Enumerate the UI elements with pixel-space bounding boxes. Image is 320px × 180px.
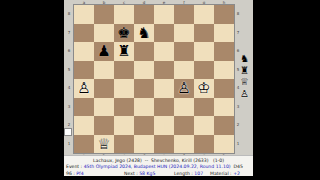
square-h6[interactable] [214, 42, 234, 61]
square-d1[interactable] [134, 135, 154, 154]
stat-label: 96 : [66, 171, 76, 176]
square-c3[interactable] [114, 98, 134, 117]
square-g3[interactable] [194, 98, 214, 117]
square-e7[interactable] [154, 24, 174, 43]
rank-label-7: 7 [234, 24, 242, 43]
rank-label-8: 8 [234, 5, 242, 24]
square-g6[interactable] [194, 42, 214, 61]
square-a6[interactable] [74, 42, 94, 61]
square-g7[interactable] [194, 24, 214, 43]
stat-96: 96 : Pf4 [66, 171, 84, 176]
square-b4[interactable] [94, 79, 114, 98]
players-result-line: Lachaux, Jego (2428) -- Shevchenko, Kiri… [64, 158, 253, 163]
square-h8[interactable] [214, 5, 234, 24]
square-f4[interactable]: ♙ [174, 79, 194, 98]
material-black-rook-icon: ♜ [240, 65, 249, 77]
square-d3[interactable] [134, 98, 154, 117]
stat-value: 58 Kg5 [139, 171, 155, 176]
square-d7[interactable]: ♞ [134, 24, 154, 43]
square-b3[interactable] [94, 98, 114, 117]
square-f2[interactable] [174, 116, 194, 135]
square-f5[interactable] [174, 61, 194, 80]
stat-value: Pf4 [76, 171, 83, 176]
rank-label-6: 6 [65, 42, 73, 61]
piece-white-pawn[interactable]: ♙ [174, 79, 194, 98]
square-h4[interactable] [214, 79, 234, 98]
square-a5[interactable] [74, 61, 94, 80]
rank-label-5: 5 [65, 61, 73, 80]
rank-label-4: 4 [65, 79, 73, 98]
square-a8[interactable] [74, 5, 94, 24]
material-balance-column: ♞♜♕♙ [238, 53, 251, 99]
square-g2[interactable] [194, 116, 214, 135]
piece-black-king[interactable]: ♚ [114, 24, 134, 43]
square-e5[interactable] [154, 61, 174, 80]
square-g1[interactable] [194, 135, 214, 154]
material-white-queen-icon: ♕ [240, 76, 249, 88]
square-a2[interactable] [74, 116, 94, 135]
eco-code: D45 [231, 164, 243, 169]
square-c1[interactable] [114, 135, 134, 154]
square-c5[interactable] [114, 61, 134, 80]
chess-app-panel: abcdefgh 87654321 ♚♞♟♜♙♙♔♕ 87654321 abcd… [64, 0, 253, 176]
stat-label: Material : [210, 171, 233, 176]
square-e6[interactable] [154, 42, 174, 61]
square-h7[interactable] [214, 24, 234, 43]
square-d5[interactable] [134, 61, 154, 80]
square-e3[interactable] [154, 98, 174, 117]
square-d8[interactable] [134, 5, 154, 24]
rank-label-8: 8 [65, 5, 73, 24]
square-e1[interactable] [154, 135, 174, 154]
stat-label: Length : [174, 171, 194, 176]
material-white-pawn-icon: ♙ [240, 88, 249, 100]
rank-label-1: 1 [234, 135, 242, 154]
square-b1[interactable]: ♕ [94, 135, 114, 154]
square-e8[interactable] [154, 5, 174, 24]
square-g4[interactable]: ♔ [194, 79, 214, 98]
square-h3[interactable] [214, 98, 234, 117]
game-info-caption: Lachaux, Jego (2428) -- Shevchenko, Kiri… [64, 155, 253, 176]
square-g5[interactable] [194, 61, 214, 80]
event-line: Event : 45th Olympiad 2024, Budapest HUN… [66, 164, 243, 169]
video-frame: abcdefgh 87654321 ♚♞♟♜♙♙♔♕ 87654321 abcd… [0, 0, 320, 180]
stat-label: Next : [124, 171, 139, 176]
stat-material: Material : +2 [210, 171, 240, 176]
square-a1[interactable] [74, 135, 94, 154]
square-f3[interactable] [174, 98, 194, 117]
rank-label-2: 2 [234, 116, 242, 135]
square-d4[interactable] [134, 79, 154, 98]
rank-label-3: 3 [234, 98, 242, 117]
square-g8[interactable] [194, 5, 214, 24]
rank-label-1: 1 [65, 135, 73, 154]
piece-black-pawn[interactable]: ♟ [94, 42, 114, 61]
square-c8[interactable] [114, 5, 134, 24]
square-b6[interactable]: ♟ [94, 42, 114, 61]
piece-white-queen[interactable]: ♕ [94, 135, 114, 154]
piece-white-pawn[interactable]: ♙ [74, 79, 94, 98]
square-b5[interactable] [94, 61, 114, 80]
square-d2[interactable] [134, 116, 154, 135]
square-c4[interactable] [114, 79, 134, 98]
square-a7[interactable] [74, 24, 94, 43]
square-b7[interactable] [94, 24, 114, 43]
square-b8[interactable] [94, 5, 114, 24]
piece-black-knight[interactable]: ♞ [134, 24, 154, 43]
square-f7[interactable] [174, 24, 194, 43]
stat-value: 107 [194, 171, 203, 176]
rank-label-3: 3 [65, 98, 73, 117]
event-label: Event : [66, 164, 84, 169]
square-f6[interactable] [174, 42, 194, 61]
stats-line: 96 : Pf4Next : 58 Kg5Length : 107Materia… [64, 171, 253, 177]
rank-label-7: 7 [65, 24, 73, 43]
event-value: 45th Olympiad 2024, Budapest HUN (2024.0… [84, 164, 231, 169]
square-a4[interactable]: ♙ [74, 79, 94, 98]
square-f8[interactable] [174, 5, 194, 24]
stat-next: Next : 58 Kg5 [124, 171, 155, 176]
piece-black-rook[interactable]: ♜ [114, 42, 134, 61]
material-black-knight-icon: ♞ [240, 53, 249, 65]
stat-value: +2 [233, 171, 240, 176]
square-b2[interactable] [94, 116, 114, 135]
square-c6[interactable]: ♜ [114, 42, 134, 61]
white-to-move-indicator [64, 128, 72, 136]
square-e4[interactable] [154, 79, 174, 98]
square-h1[interactable] [214, 135, 234, 154]
square-h5[interactable] [214, 61, 234, 80]
square-f1[interactable] [174, 135, 194, 154]
stat-length: Length : 107 [174, 171, 203, 176]
piece-white-king[interactable]: ♔ [194, 79, 214, 98]
chess-board[interactable]: ♚♞♟♜♙♙♔♕ [74, 5, 234, 153]
square-c7[interactable]: ♚ [114, 24, 134, 43]
square-e2[interactable] [154, 116, 174, 135]
square-d6[interactable] [134, 42, 154, 61]
square-h2[interactable] [214, 116, 234, 135]
square-c2[interactable] [114, 116, 134, 135]
square-a3[interactable] [74, 98, 94, 117]
